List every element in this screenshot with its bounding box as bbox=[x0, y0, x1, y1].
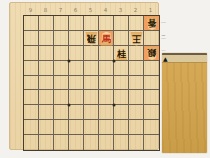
board-square-7-5[interactable] bbox=[54, 76, 69, 91]
file-label: 8 bbox=[38, 6, 53, 14]
piece-glyph: 馬 bbox=[102, 34, 111, 46]
board-square-6-1[interactable] bbox=[69, 16, 84, 31]
piece-glyph: 飛 bbox=[87, 32, 96, 44]
board-square-6-8[interactable] bbox=[69, 120, 84, 135]
board-square-5-9[interactable] bbox=[84, 135, 99, 150]
board-square-1-8[interactable] bbox=[144, 120, 159, 135]
board-square-3-8[interactable] bbox=[114, 120, 129, 135]
board-square-1-4[interactable] bbox=[144, 61, 159, 76]
board-square-4-6[interactable] bbox=[99, 90, 114, 105]
board-square-7-6[interactable] bbox=[54, 90, 69, 105]
board-square-3-9[interactable] bbox=[114, 135, 129, 150]
board-square-4-9[interactable] bbox=[99, 135, 114, 150]
board-square-8-4[interactable] bbox=[39, 61, 54, 76]
board-square-1-6[interactable] bbox=[144, 90, 159, 105]
board-square-9-4[interactable] bbox=[24, 61, 39, 76]
board-square-6-7[interactable] bbox=[69, 105, 84, 120]
board-square-1-9[interactable] bbox=[144, 135, 159, 150]
file-label: 7 bbox=[53, 6, 68, 14]
board-square-7-7[interactable] bbox=[54, 105, 69, 120]
file-label: 3 bbox=[113, 6, 128, 14]
sente-hand-tray[interactable]: ▲ bbox=[161, 52, 208, 154]
board-square-4-3[interactable] bbox=[99, 46, 114, 61]
file-label: 6 bbox=[68, 6, 83, 14]
board-square-2-9[interactable] bbox=[129, 135, 144, 150]
board-square-7-3[interactable] bbox=[54, 46, 69, 61]
board-square-5-5[interactable] bbox=[84, 76, 99, 91]
piece-glyph: 銀 bbox=[147, 47, 156, 59]
board-square-8-5[interactable] bbox=[39, 76, 54, 91]
file-label: 4 bbox=[98, 6, 113, 14]
file-coordinates: 987654321 bbox=[23, 6, 158, 14]
piece-glyph: 香 bbox=[147, 17, 156, 29]
board-square-6-2[interactable] bbox=[69, 31, 84, 46]
board-square-3-2[interactable] bbox=[114, 31, 129, 46]
hoshi-dot bbox=[113, 104, 116, 107]
board-square-6-3[interactable] bbox=[69, 46, 84, 61]
board-square-5-8[interactable] bbox=[84, 120, 99, 135]
board-square-2-8[interactable] bbox=[129, 120, 144, 135]
board-square-3-5[interactable] bbox=[114, 76, 129, 91]
board-square-2-7[interactable] bbox=[129, 105, 144, 120]
hoshi-dot bbox=[68, 59, 71, 62]
shogi-grid: 香飛馬王桂銀 bbox=[23, 15, 160, 151]
hoshi-dot bbox=[113, 59, 116, 62]
board-square-4-8[interactable] bbox=[99, 120, 114, 135]
file-label: 2 bbox=[128, 6, 143, 14]
piece-glyph: 桂 bbox=[117, 49, 126, 61]
board-square-1-7[interactable] bbox=[144, 105, 159, 120]
board-square-5-3[interactable] bbox=[84, 46, 99, 61]
board-square-7-9[interactable] bbox=[54, 135, 69, 150]
board-square-2-3[interactable] bbox=[129, 46, 144, 61]
board-square-7-1[interactable] bbox=[54, 16, 69, 31]
board-square-4-1[interactable] bbox=[99, 16, 114, 31]
board-square-8-2[interactable] bbox=[39, 31, 54, 46]
board-square-5-6[interactable] bbox=[84, 90, 99, 105]
rank-label: 二 bbox=[160, 30, 168, 45]
board-square-8-7[interactable] bbox=[39, 105, 54, 120]
board-square-1-2[interactable] bbox=[144, 31, 159, 46]
board-square-8-9[interactable] bbox=[39, 135, 54, 150]
board-square-9-6[interactable] bbox=[24, 90, 39, 105]
board-square-6-5[interactable] bbox=[69, 76, 84, 91]
board-square-3-7[interactable] bbox=[114, 105, 129, 120]
file-label: 9 bbox=[23, 6, 38, 14]
board-square-7-2[interactable] bbox=[54, 31, 69, 46]
board-square-7-8[interactable] bbox=[54, 120, 69, 135]
board-square-2-5[interactable] bbox=[129, 76, 144, 91]
board-square-9-3[interactable] bbox=[24, 46, 39, 61]
board-square-6-4[interactable] bbox=[69, 61, 84, 76]
board-square-4-4[interactable] bbox=[99, 61, 114, 76]
board-square-9-7[interactable] bbox=[24, 105, 39, 120]
board-square-6-6[interactable] bbox=[69, 90, 84, 105]
board-square-2-1[interactable] bbox=[129, 16, 144, 31]
board-square-3-4[interactable] bbox=[114, 61, 129, 76]
board-square-7-4[interactable] bbox=[54, 61, 69, 76]
board-square-6-9[interactable] bbox=[69, 135, 84, 150]
board-square-3-6[interactable] bbox=[114, 90, 129, 105]
file-label: 1 bbox=[143, 6, 158, 14]
board-square-9-2[interactable] bbox=[24, 31, 39, 46]
board-square-3-1[interactable] bbox=[114, 16, 129, 31]
board-square-5-1[interactable] bbox=[84, 16, 99, 31]
board-square-2-6[interactable] bbox=[129, 90, 144, 105]
shogi-board-panel: 987654321 一二三四五六七八九 香飛馬王桂銀 bbox=[9, 2, 159, 150]
board-square-9-9[interactable] bbox=[24, 135, 39, 150]
file-label: 5 bbox=[83, 6, 98, 14]
board-square-4-7[interactable] bbox=[99, 105, 114, 120]
board-square-8-8[interactable] bbox=[39, 120, 54, 135]
sente-marker-icon: ▲ bbox=[163, 56, 168, 62]
sente-hand-pieces-area[interactable] bbox=[162, 62, 207, 154]
hoshi-dot bbox=[68, 104, 71, 107]
board-square-9-8[interactable] bbox=[24, 120, 39, 135]
board-square-2-4[interactable] bbox=[129, 61, 144, 76]
rank-label: 一 bbox=[160, 15, 168, 30]
board-square-4-5[interactable] bbox=[99, 76, 114, 91]
board-square-9-5[interactable] bbox=[24, 76, 39, 91]
piece-glyph: 王 bbox=[132, 32, 141, 44]
board-square-1-5[interactable] bbox=[144, 76, 159, 91]
board-square-9-1[interactable] bbox=[24, 16, 39, 31]
board-square-8-3[interactable] bbox=[39, 46, 54, 61]
board-square-5-4[interactable] bbox=[84, 61, 99, 76]
board-square-8-1[interactable] bbox=[39, 16, 54, 31]
board-square-8-6[interactable] bbox=[39, 90, 54, 105]
sente-hand-header: ▲ bbox=[162, 53, 207, 62]
board-square-5-7[interactable] bbox=[84, 105, 99, 120]
